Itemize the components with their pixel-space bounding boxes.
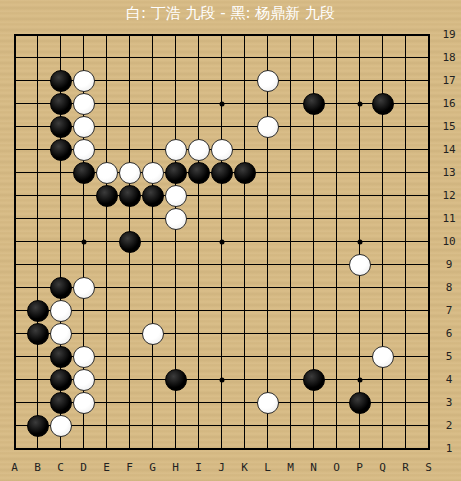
board-intersection[interactable] (26, 368, 49, 391)
board-intersection[interactable] (72, 230, 95, 253)
board-intersection[interactable] (302, 276, 325, 299)
board-intersection[interactable] (26, 138, 49, 161)
board-intersection[interactable] (279, 207, 302, 230)
board-intersection[interactable] (233, 299, 256, 322)
board-intersection[interactable] (371, 437, 394, 460)
board-intersection[interactable] (371, 414, 394, 437)
board-intersection[interactable] (279, 92, 302, 115)
board-intersection[interactable] (256, 437, 279, 460)
board-intersection[interactable] (256, 92, 279, 115)
board-intersection[interactable] (210, 322, 233, 345)
board-intersection[interactable] (164, 368, 187, 391)
board-intersection[interactable] (49, 276, 72, 299)
board-intersection[interactable] (49, 414, 72, 437)
board-intersection[interactable] (325, 299, 348, 322)
board-intersection[interactable] (302, 414, 325, 437)
board-intersection[interactable] (164, 437, 187, 460)
board-intersection[interactable] (141, 138, 164, 161)
board-intersection[interactable] (233, 207, 256, 230)
board-intersection[interactable] (72, 207, 95, 230)
board-intersection[interactable] (72, 414, 95, 437)
board-intersection[interactable] (118, 184, 141, 207)
board-intersection[interactable] (394, 230, 417, 253)
board-intersection[interactable] (187, 207, 210, 230)
board-intersection[interactable] (118, 391, 141, 414)
board-intersection[interactable] (26, 322, 49, 345)
board-intersection[interactable] (279, 138, 302, 161)
board-intersection[interactable] (279, 69, 302, 92)
board-intersection[interactable] (141, 23, 164, 46)
board-intersection[interactable] (394, 345, 417, 368)
board-intersection[interactable] (141, 299, 164, 322)
board-intersection[interactable] (164, 92, 187, 115)
board-intersection[interactable] (118, 437, 141, 460)
board-intersection[interactable] (164, 299, 187, 322)
board-intersection[interactable] (3, 437, 26, 460)
board-intersection[interactable] (325, 230, 348, 253)
board-intersection[interactable] (95, 391, 118, 414)
board-intersection[interactable] (118, 414, 141, 437)
board-intersection[interactable] (371, 276, 394, 299)
board-intersection[interactable] (3, 391, 26, 414)
board-intersection[interactable] (371, 345, 394, 368)
board-intersection[interactable] (371, 23, 394, 46)
board-intersection[interactable] (187, 230, 210, 253)
board-intersection[interactable] (187, 253, 210, 276)
board-intersection[interactable] (95, 322, 118, 345)
board-intersection[interactable] (187, 437, 210, 460)
board-intersection[interactable] (72, 115, 95, 138)
board-intersection[interactable] (164, 69, 187, 92)
board-intersection[interactable] (26, 391, 49, 414)
board-intersection[interactable] (118, 92, 141, 115)
board-intersection[interactable] (256, 23, 279, 46)
board-intersection[interactable] (164, 276, 187, 299)
board-intersection[interactable] (3, 69, 26, 92)
board-intersection[interactable] (95, 23, 118, 46)
board-intersection[interactable] (256, 46, 279, 69)
board-intersection[interactable] (348, 207, 371, 230)
board-intersection[interactable] (3, 115, 26, 138)
board-intersection[interactable] (95, 161, 118, 184)
board-intersection[interactable] (95, 69, 118, 92)
board-intersection[interactable] (210, 184, 233, 207)
board-intersection[interactable] (371, 92, 394, 115)
board-intersection[interactable] (118, 345, 141, 368)
board-intersection[interactable] (3, 138, 26, 161)
board-intersection[interactable] (279, 46, 302, 69)
board-intersection[interactable] (233, 138, 256, 161)
board-intersection[interactable] (302, 368, 325, 391)
board-intersection[interactable] (348, 184, 371, 207)
board-intersection[interactable] (72, 299, 95, 322)
board-intersection[interactable] (72, 391, 95, 414)
board-intersection[interactable] (187, 161, 210, 184)
board-intersection[interactable] (3, 299, 26, 322)
board-intersection[interactable] (394, 69, 417, 92)
board-intersection[interactable] (348, 253, 371, 276)
board-intersection[interactable] (325, 322, 348, 345)
board-intersection[interactable] (3, 230, 26, 253)
board-intersection[interactable] (302, 161, 325, 184)
board-intersection[interactable] (394, 253, 417, 276)
board-intersection[interactable] (210, 161, 233, 184)
board-intersection[interactable] (210, 69, 233, 92)
board-intersection[interactable] (371, 161, 394, 184)
board-intersection[interactable] (95, 437, 118, 460)
board-intersection[interactable] (210, 23, 233, 46)
board-intersection[interactable] (95, 230, 118, 253)
board-intersection[interactable] (325, 23, 348, 46)
board-intersection[interactable] (371, 46, 394, 69)
board-intersection[interactable] (325, 368, 348, 391)
board-intersection[interactable] (348, 161, 371, 184)
board-intersection[interactable] (187, 322, 210, 345)
board-intersection[interactable] (95, 345, 118, 368)
board-intersection[interactable] (164, 184, 187, 207)
board-intersection[interactable] (3, 92, 26, 115)
board-intersection[interactable] (325, 391, 348, 414)
board-intersection[interactable] (95, 46, 118, 69)
board-intersection[interactable] (394, 138, 417, 161)
board-intersection[interactable] (3, 161, 26, 184)
board-intersection[interactable] (164, 207, 187, 230)
board-intersection[interactable] (164, 161, 187, 184)
board-intersection[interactable] (371, 253, 394, 276)
board-intersection[interactable] (325, 253, 348, 276)
board-intersection[interactable] (3, 184, 26, 207)
board-intersection[interactable] (187, 391, 210, 414)
board-intersection[interactable] (233, 276, 256, 299)
board-intersection[interactable] (348, 299, 371, 322)
board-intersection[interactable] (256, 69, 279, 92)
board-intersection[interactable] (302, 184, 325, 207)
board-intersection[interactable] (348, 345, 371, 368)
board-intersection[interactable] (394, 46, 417, 69)
board-intersection[interactable] (394, 437, 417, 460)
board-intersection[interactable] (26, 345, 49, 368)
board-intersection[interactable] (233, 391, 256, 414)
board-intersection[interactable] (26, 437, 49, 460)
board-intersection[interactable] (256, 230, 279, 253)
board-intersection[interactable] (394, 161, 417, 184)
board-intersection[interactable] (187, 23, 210, 46)
board-intersection[interactable] (187, 115, 210, 138)
board-intersection[interactable] (302, 230, 325, 253)
board-intersection[interactable] (302, 115, 325, 138)
board-intersection[interactable] (118, 138, 141, 161)
board-intersection[interactable] (279, 230, 302, 253)
board-intersection[interactable] (3, 23, 26, 46)
board-intersection[interactable] (279, 368, 302, 391)
board-intersection[interactable] (49, 161, 72, 184)
board-intersection[interactable] (325, 414, 348, 437)
board-intersection[interactable] (210, 92, 233, 115)
board-intersection[interactable] (72, 437, 95, 460)
board-intersection[interactable] (233, 184, 256, 207)
board-intersection[interactable] (233, 161, 256, 184)
board-intersection[interactable] (187, 345, 210, 368)
board-intersection[interactable] (348, 138, 371, 161)
board-intersection[interactable] (394, 207, 417, 230)
board-intersection[interactable] (394, 276, 417, 299)
board-intersection[interactable] (26, 69, 49, 92)
board-intersection[interactable] (118, 115, 141, 138)
board-intersection[interactable] (394, 23, 417, 46)
board-intersection[interactable] (394, 368, 417, 391)
board-intersection[interactable] (3, 322, 26, 345)
board-intersection[interactable] (348, 92, 371, 115)
board-intersection[interactable] (187, 299, 210, 322)
board-intersection[interactable] (26, 115, 49, 138)
board-intersection[interactable] (141, 253, 164, 276)
board-intersection[interactable] (26, 253, 49, 276)
board-intersection[interactable] (210, 230, 233, 253)
board-intersection[interactable] (256, 414, 279, 437)
board-intersection[interactable] (233, 230, 256, 253)
board-intersection[interactable] (141, 115, 164, 138)
board-intersection[interactable] (164, 230, 187, 253)
board-intersection[interactable] (371, 138, 394, 161)
board-intersection[interactable] (371, 69, 394, 92)
board-intersection[interactable] (164, 115, 187, 138)
board-intersection[interactable] (279, 276, 302, 299)
board-intersection[interactable] (26, 299, 49, 322)
board-intersection[interactable] (302, 207, 325, 230)
board-intersection[interactable] (26, 207, 49, 230)
board-intersection[interactable] (325, 46, 348, 69)
board-intersection[interactable] (141, 322, 164, 345)
board-intersection[interactable] (302, 46, 325, 69)
board-intersection[interactable] (118, 23, 141, 46)
board-intersection[interactable] (210, 345, 233, 368)
board-intersection[interactable] (256, 299, 279, 322)
board-intersection[interactable] (49, 115, 72, 138)
board-intersection[interactable] (49, 391, 72, 414)
board-intersection[interactable] (233, 253, 256, 276)
board-intersection[interactable] (26, 23, 49, 46)
board-intersection[interactable] (118, 276, 141, 299)
board-intersection[interactable] (256, 322, 279, 345)
board-intersection[interactable] (371, 391, 394, 414)
board-intersection[interactable] (26, 414, 49, 437)
board-intersection[interactable] (95, 253, 118, 276)
board-intersection[interactable] (49, 230, 72, 253)
board-intersection[interactable] (279, 299, 302, 322)
board-intersection[interactable] (3, 368, 26, 391)
board-intersection[interactable] (141, 207, 164, 230)
board-intersection[interactable] (325, 138, 348, 161)
board-intersection[interactable] (141, 230, 164, 253)
board-intersection[interactable] (210, 138, 233, 161)
board-intersection[interactable] (3, 345, 26, 368)
board-intersection[interactable] (348, 115, 371, 138)
board-intersection[interactable] (187, 368, 210, 391)
board-intersection[interactable] (187, 184, 210, 207)
board-intersection[interactable] (348, 46, 371, 69)
board-intersection[interactable] (164, 138, 187, 161)
board-intersection[interactable] (26, 230, 49, 253)
board-intersection[interactable] (72, 23, 95, 46)
board-intersection[interactable] (72, 46, 95, 69)
board-intersection[interactable] (141, 368, 164, 391)
board-intersection[interactable] (49, 437, 72, 460)
board-intersection[interactable] (302, 437, 325, 460)
board-intersection[interactable] (210, 276, 233, 299)
board-intersection[interactable] (279, 23, 302, 46)
board-intersection[interactable] (49, 69, 72, 92)
board-intersection[interactable] (187, 46, 210, 69)
board-intersection[interactable] (118, 230, 141, 253)
board-intersection[interactable] (279, 253, 302, 276)
board-intersection[interactable] (394, 184, 417, 207)
board-intersection[interactable] (187, 69, 210, 92)
board-intersection[interactable] (49, 23, 72, 46)
board-intersection[interactable] (118, 253, 141, 276)
board-intersection[interactable] (233, 115, 256, 138)
board-intersection[interactable] (325, 69, 348, 92)
board-intersection[interactable] (233, 23, 256, 46)
board-intersection[interactable] (348, 391, 371, 414)
board-intersection[interactable] (233, 46, 256, 69)
board-intersection[interactable] (256, 253, 279, 276)
board-intersection[interactable] (394, 115, 417, 138)
board-intersection[interactable] (233, 69, 256, 92)
board-intersection[interactable] (164, 322, 187, 345)
board-intersection[interactable] (210, 391, 233, 414)
board-intersection[interactable] (210, 299, 233, 322)
board-intersection[interactable] (371, 230, 394, 253)
board-intersection[interactable] (302, 322, 325, 345)
board-intersection[interactable] (72, 92, 95, 115)
board-intersection[interactable] (210, 46, 233, 69)
board-intersection[interactable] (256, 345, 279, 368)
board-intersection[interactable] (256, 368, 279, 391)
board-intersection[interactable] (72, 253, 95, 276)
board-intersection[interactable] (49, 253, 72, 276)
board-intersection[interactable] (72, 322, 95, 345)
board-intersection[interactable] (210, 115, 233, 138)
board-intersection[interactable] (348, 230, 371, 253)
board-intersection[interactable] (72, 184, 95, 207)
board-intersection[interactable] (325, 345, 348, 368)
board-intersection[interactable] (279, 391, 302, 414)
board-intersection[interactable] (141, 92, 164, 115)
board-intersection[interactable] (348, 368, 371, 391)
board-intersection[interactable] (279, 322, 302, 345)
board-intersection[interactable] (95, 92, 118, 115)
board-intersection[interactable] (325, 276, 348, 299)
board-intersection[interactable] (256, 276, 279, 299)
board-intersection[interactable] (325, 92, 348, 115)
board-intersection[interactable] (141, 69, 164, 92)
board-intersection[interactable] (72, 69, 95, 92)
board-intersection[interactable] (394, 391, 417, 414)
board-intersection[interactable] (233, 345, 256, 368)
board-intersection[interactable] (394, 92, 417, 115)
board-intersection[interactable] (256, 184, 279, 207)
board-intersection[interactable] (233, 437, 256, 460)
board-intersection[interactable] (302, 23, 325, 46)
board-intersection[interactable] (49, 138, 72, 161)
board-intersection[interactable] (141, 46, 164, 69)
board-intersection[interactable] (72, 161, 95, 184)
board-intersection[interactable] (394, 322, 417, 345)
board-intersection[interactable] (141, 391, 164, 414)
board-intersection[interactable] (26, 161, 49, 184)
board-intersection[interactable] (95, 276, 118, 299)
board-intersection[interactable] (256, 207, 279, 230)
board-intersection[interactable] (302, 92, 325, 115)
board-intersection[interactable] (72, 276, 95, 299)
board-intersection[interactable] (371, 299, 394, 322)
board-intersection[interactable] (72, 368, 95, 391)
board-intersection[interactable] (141, 437, 164, 460)
board-intersection[interactable] (302, 138, 325, 161)
board-intersection[interactable] (141, 161, 164, 184)
board-intersection[interactable] (141, 184, 164, 207)
board-intersection[interactable] (371, 368, 394, 391)
board-intersection[interactable] (348, 322, 371, 345)
board-intersection[interactable] (141, 276, 164, 299)
board-intersection[interactable] (302, 69, 325, 92)
board-intersection[interactable] (72, 138, 95, 161)
board-intersection[interactable] (394, 299, 417, 322)
board-intersection[interactable] (72, 345, 95, 368)
board-intersection[interactable] (26, 46, 49, 69)
board-intersection[interactable] (256, 391, 279, 414)
board-intersection[interactable] (95, 184, 118, 207)
board-intersection[interactable] (325, 207, 348, 230)
board-intersection[interactable] (256, 138, 279, 161)
board-intersection[interactable] (26, 276, 49, 299)
board-intersection[interactable] (164, 345, 187, 368)
board-intersection[interactable] (371, 207, 394, 230)
board-intersection[interactable] (49, 368, 72, 391)
board-intersection[interactable] (233, 322, 256, 345)
board-intersection[interactable] (95, 299, 118, 322)
board-intersection[interactable] (118, 46, 141, 69)
board-intersection[interactable] (302, 391, 325, 414)
board-intersection[interactable] (348, 276, 371, 299)
board-intersection[interactable] (279, 414, 302, 437)
board-intersection[interactable] (164, 253, 187, 276)
board-intersection[interactable] (141, 414, 164, 437)
board-intersection[interactable] (394, 414, 417, 437)
board-intersection[interactable] (233, 368, 256, 391)
board-intersection[interactable] (187, 92, 210, 115)
board-intersection[interactable] (371, 115, 394, 138)
board-intersection[interactable] (210, 437, 233, 460)
board-intersection[interactable] (279, 184, 302, 207)
board-intersection[interactable] (3, 414, 26, 437)
board-intersection[interactable] (164, 414, 187, 437)
board-intersection[interactable] (164, 23, 187, 46)
board-intersection[interactable] (279, 437, 302, 460)
board-intersection[interactable] (325, 115, 348, 138)
board-intersection[interactable] (49, 299, 72, 322)
board-intersection[interactable] (95, 368, 118, 391)
board-intersection[interactable] (279, 115, 302, 138)
board-intersection[interactable] (49, 184, 72, 207)
board-intersection[interactable] (325, 184, 348, 207)
board-intersection[interactable] (164, 46, 187, 69)
board-intersection[interactable] (3, 253, 26, 276)
board-intersection[interactable] (302, 299, 325, 322)
board-intersection[interactable] (348, 437, 371, 460)
board-intersection[interactable] (118, 207, 141, 230)
board-intersection[interactable] (95, 414, 118, 437)
